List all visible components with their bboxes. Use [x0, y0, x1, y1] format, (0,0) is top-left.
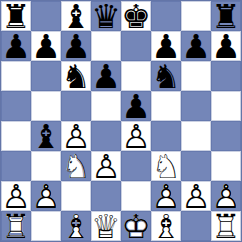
square-b6[interactable]	[31, 61, 61, 91]
black-pawn[interactable]: ♟	[91, 60, 121, 93]
piece-outline-layer: ♙	[181, 180, 211, 213]
square-f1[interactable]: ♝♗	[151, 211, 181, 241]
square-a7[interactable]: ♟	[1, 31, 31, 61]
piece-outline-layer: ♗	[61, 210, 91, 242]
square-e4[interactable]: ♟♙	[121, 121, 151, 151]
square-g7[interactable]: ♟	[181, 31, 211, 61]
white-pawn[interactable]: ♟♙	[121, 120, 151, 153]
black-knight[interactable]: ♞	[151, 60, 181, 93]
square-a5[interactable]	[1, 91, 31, 121]
square-e3[interactable]	[121, 151, 151, 181]
white-rook[interactable]: ♜♖	[211, 210, 241, 242]
white-pawn[interactable]: ♟♙	[181, 180, 211, 213]
piece-outline-layer: ♘	[61, 150, 91, 183]
square-c3[interactable]: ♞♘	[61, 151, 91, 181]
square-h5[interactable]	[211, 91, 241, 121]
piece-outline-layer: ♖	[211, 210, 241, 242]
square-g2[interactable]: ♟♙	[181, 181, 211, 211]
piece-outline-layer: ♗	[151, 210, 181, 242]
black-pawn[interactable]: ♟	[181, 30, 211, 63]
square-c6[interactable]: ♞	[61, 61, 91, 91]
square-d1[interactable]: ♛♕	[91, 211, 121, 241]
square-a1[interactable]: ♜♖	[1, 211, 31, 241]
black-king[interactable]: ♚	[121, 0, 151, 33]
square-a4[interactable]	[1, 121, 31, 151]
piece-outline-layer: ♙	[91, 150, 121, 183]
square-b7[interactable]: ♟	[31, 31, 61, 61]
square-f5[interactable]	[151, 91, 181, 121]
black-bishop[interactable]: ♝	[31, 120, 61, 153]
black-pawn[interactable]: ♟	[1, 30, 31, 63]
square-e7[interactable]	[121, 31, 151, 61]
square-d3[interactable]: ♟♙	[91, 151, 121, 181]
piece-outline-layer: ♔	[121, 210, 151, 242]
square-g5[interactable]	[181, 91, 211, 121]
white-king[interactable]: ♚♔	[121, 210, 151, 242]
square-h7[interactable]: ♟	[211, 31, 241, 61]
white-pawn[interactable]: ♟♙	[91, 150, 121, 183]
square-g4[interactable]	[181, 121, 211, 151]
piece-outline-layer: ♕	[91, 210, 121, 242]
square-c1[interactable]: ♝♗	[61, 211, 91, 241]
square-b1[interactable]	[31, 211, 61, 241]
black-pawn[interactable]: ♟	[31, 30, 61, 63]
square-d5[interactable]	[91, 91, 121, 121]
piece-outline-layer: ♖	[1, 210, 31, 242]
white-bishop[interactable]: ♝♗	[61, 210, 91, 242]
square-h1[interactable]: ♜♖	[211, 211, 241, 241]
black-queen[interactable]: ♛	[91, 0, 121, 33]
black-knight[interactable]: ♞	[61, 60, 91, 93]
white-knight[interactable]: ♞♘	[61, 150, 91, 183]
square-e8[interactable]: ♚	[121, 1, 151, 31]
chess-board: ♜♝♛♚♜♟♟♟♟♟♟♞♟♞♟♝♟♙♟♙♞♘♟♙♞♘♟♙♟♙♟♙♟♙♟♙♜♖♝♗…	[0, 0, 242, 242]
white-bishop[interactable]: ♝♗	[151, 210, 181, 242]
square-h6[interactable]	[211, 61, 241, 91]
square-g1[interactable]	[181, 211, 211, 241]
square-b4[interactable]: ♝	[31, 121, 61, 151]
square-g6[interactable]	[181, 61, 211, 91]
white-queen[interactable]: ♛♕	[91, 210, 121, 242]
square-f6[interactable]: ♞	[151, 61, 181, 91]
white-pawn[interactable]: ♟♙	[31, 180, 61, 213]
square-a6[interactable]	[1, 61, 31, 91]
piece-outline-layer: ♙	[121, 120, 151, 153]
square-e1[interactable]: ♚♔	[121, 211, 151, 241]
white-rook[interactable]: ♜♖	[1, 210, 31, 242]
square-d6[interactable]: ♟	[91, 61, 121, 91]
square-d8[interactable]: ♛	[91, 1, 121, 31]
square-b2[interactable]: ♟♙	[31, 181, 61, 211]
square-h4[interactable]	[211, 121, 241, 151]
black-pawn[interactable]: ♟	[211, 30, 241, 63]
piece-outline-layer: ♙	[31, 180, 61, 213]
